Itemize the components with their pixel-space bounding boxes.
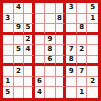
sudoku-empty-cell-r7c9[interactable] [87, 66, 98, 77]
sudoku-empty-cell-r3c4[interactable] [35, 24, 46, 35]
sudoku-empty-cell-r9c2[interactable] [14, 87, 25, 98]
sudoku-empty-cell-r4c2[interactable] [14, 35, 25, 46]
sudoku-empty-cell-r2c8[interactable] [77, 14, 88, 25]
sudoku-given-cell-r4c5: 9 [45, 35, 56, 46]
sudoku-empty-cell-r2c5[interactable] [45, 14, 56, 25]
sudoku-given-cell-r8c1: 1 [3, 77, 14, 88]
sudoku-given-cell-r5c2: 5 [14, 45, 25, 56]
sudoku-empty-cell-r3c1[interactable] [3, 24, 14, 35]
sudoku-empty-cell-r6c4[interactable] [35, 56, 46, 67]
sudoku-given-cell-r2c9: 1 [87, 14, 98, 25]
sudoku-empty-cell-r4c9[interactable] [87, 35, 98, 46]
sudoku-given-cell-r9c1: 5 [3, 87, 14, 98]
sudoku-empty-cell-r8c5[interactable] [45, 77, 56, 88]
sudoku-given-cell-r6c5: 6 [45, 56, 56, 67]
sudoku-empty-cell-r5c4[interactable] [35, 45, 46, 56]
sudoku-empty-cell-r9c9[interactable] [87, 87, 98, 98]
sudoku-empty-cell-r7c1[interactable] [3, 66, 14, 77]
sudoku-empty-cell-r5c9[interactable] [87, 45, 98, 56]
sudoku-empty-cell-r7c3[interactable] [24, 66, 35, 77]
sudoku-empty-cell-r5c1[interactable] [3, 45, 14, 56]
sudoku-given-cell-r5c5: 8 [45, 45, 56, 56]
sudoku-empty-cell-r7c5[interactable] [45, 66, 56, 77]
sudoku-given-cell-r3c2: 9 [14, 24, 25, 35]
sudoku-empty-cell-r6c2[interactable] [14, 56, 25, 67]
sudoku-given-cell-r9c8: 1 [77, 87, 88, 98]
sudoku-given-cell-r3c3: 5 [24, 24, 35, 35]
sudoku-given-cell-r5c8: 2 [77, 45, 88, 56]
sudoku-given-cell-r7c2: 2 [14, 66, 25, 77]
sudoku-empty-cell-r1c1[interactable] [3, 3, 14, 14]
sudoku-board: 435381958295487268297162541 [0, 0, 101, 101]
sudoku-given-cell-r7c8: 7 [77, 66, 88, 77]
sudoku-empty-cell-r8c3[interactable] [24, 77, 35, 88]
sudoku-given-cell-r9c4: 4 [35, 87, 46, 98]
sudoku-given-cell-r5c7: 7 [66, 45, 77, 56]
sudoku-empty-cell-r3c9[interactable] [87, 24, 98, 35]
sudoku-empty-cell-r4c6[interactable] [56, 35, 67, 46]
sudoku-empty-cell-r6c1[interactable] [3, 56, 14, 67]
sudoku-empty-cell-r6c8[interactable] [77, 56, 88, 67]
sudoku-empty-cell-r2c4[interactable] [35, 14, 46, 25]
sudoku-empty-cell-r1c3[interactable] [24, 3, 35, 14]
sudoku-empty-cell-r1c6[interactable] [56, 3, 67, 14]
sudoku-empty-cell-r6c6[interactable] [56, 56, 67, 67]
sudoku-given-cell-r2c1: 3 [3, 14, 14, 25]
sudoku-empty-cell-r8c7[interactable] [66, 77, 77, 88]
sudoku-empty-cell-r5c6[interactable] [56, 45, 67, 56]
sudoku-empty-cell-r6c9[interactable] [87, 56, 98, 67]
sudoku-given-cell-r4c3: 2 [24, 35, 35, 46]
sudoku-empty-cell-r4c1[interactable] [3, 35, 14, 46]
sudoku-empty-cell-r4c7[interactable] [66, 35, 77, 46]
sudoku-given-cell-r8c9: 2 [87, 77, 98, 88]
sudoku-empty-cell-r3c5[interactable] [45, 24, 56, 35]
sudoku-empty-cell-r8c6[interactable] [56, 77, 67, 88]
sudoku-empty-cell-r9c3[interactable] [24, 87, 35, 98]
sudoku-empty-cell-r4c4[interactable] [35, 35, 46, 46]
sudoku-empty-cell-r9c6[interactable] [56, 87, 67, 98]
sudoku-empty-cell-r7c6[interactable] [56, 66, 67, 77]
sudoku-empty-cell-r2c3[interactable] [24, 14, 35, 25]
sudoku-empty-cell-r8c8[interactable] [77, 77, 88, 88]
sudoku-empty-cell-r2c7[interactable] [66, 14, 77, 25]
sudoku-empty-cell-r8c2[interactable] [14, 77, 25, 88]
sudoku-given-cell-r1c2: 4 [14, 3, 25, 14]
sudoku-empty-cell-r1c4[interactable] [35, 3, 46, 14]
sudoku-given-cell-r2c6: 8 [56, 14, 67, 25]
sudoku-empty-cell-r2c2[interactable] [14, 14, 25, 25]
sudoku-given-cell-r1c7: 3 [66, 3, 77, 14]
sudoku-empty-cell-r3c6[interactable] [56, 24, 67, 35]
sudoku-empty-cell-r9c7[interactable] [66, 87, 77, 98]
sudoku-given-cell-r1c9: 5 [87, 3, 98, 14]
sudoku-given-cell-r8c4: 6 [35, 77, 46, 88]
sudoku-empty-cell-r3c7[interactable] [66, 24, 77, 35]
sudoku-empty-cell-r7c4[interactable] [35, 66, 46, 77]
sudoku-given-cell-r3c8: 8 [77, 24, 88, 35]
sudoku-empty-cell-r1c5[interactable] [45, 3, 56, 14]
sudoku-given-cell-r7c7: 9 [66, 66, 77, 77]
sudoku-empty-cell-r6c3[interactable] [24, 56, 35, 67]
sudoku-given-cell-r6c7: 8 [66, 56, 77, 67]
sudoku-empty-cell-r4c8[interactable] [77, 35, 88, 46]
sudoku-empty-cell-r9c5[interactable] [45, 87, 56, 98]
sudoku-empty-cell-r1c8[interactable] [77, 3, 88, 14]
sudoku-given-cell-r5c3: 4 [24, 45, 35, 56]
